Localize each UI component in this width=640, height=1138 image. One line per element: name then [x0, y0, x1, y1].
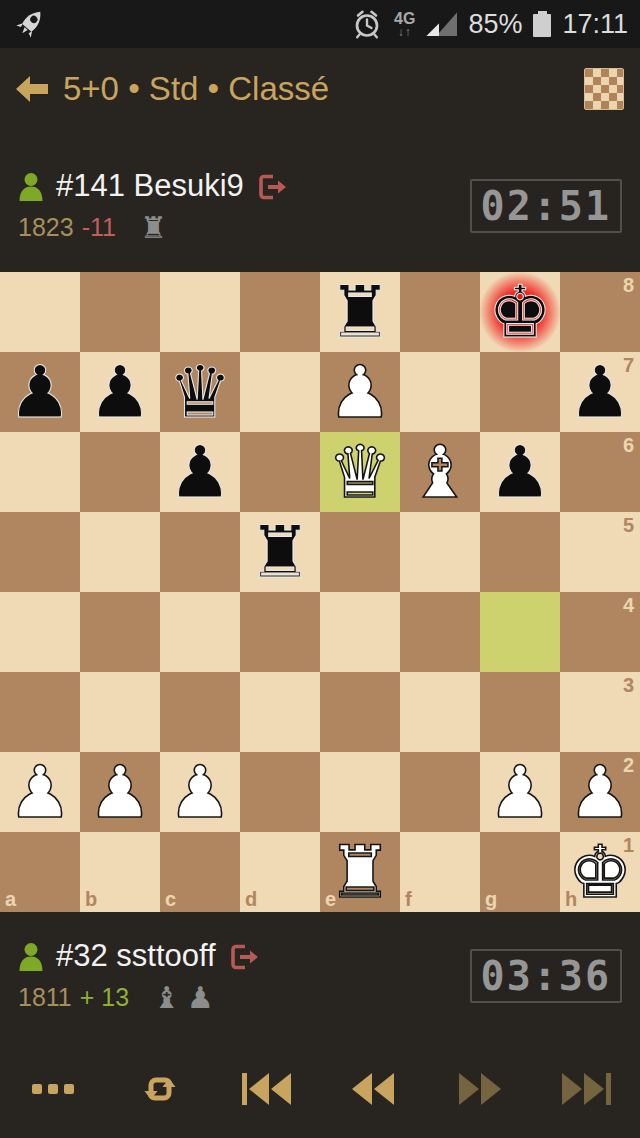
menu-button[interactable] [0, 1040, 107, 1138]
piece-black-p[interactable]: ♟ [168, 432, 233, 512]
square-a1[interactable]: a [0, 832, 80, 912]
last-move-button[interactable] [533, 1040, 640, 1138]
player-left-logout-icon [256, 173, 287, 201]
battery-percent-label: 85% [468, 11, 522, 38]
square-h8[interactable]: 8 [560, 272, 640, 352]
square-b2[interactable]: ♟ [80, 752, 160, 832]
file-label-b: b [85, 889, 97, 909]
square-h6[interactable]: 6 [560, 432, 640, 512]
rewind-icon [352, 1073, 372, 1105]
square-f8[interactable] [400, 272, 480, 352]
square-d6[interactable] [240, 432, 320, 512]
piece-black-k[interactable]: ♚ [488, 272, 553, 352]
square-a8[interactable] [0, 272, 80, 352]
square-b5[interactable] [80, 512, 160, 592]
game-meta-title: 5+0 • Std • Classé [63, 70, 570, 108]
rating-top: 1823 [18, 215, 74, 240]
file-label-a: a [5, 889, 16, 909]
square-d3[interactable] [240, 672, 320, 752]
app-root: 4G ↓↑ 85% 17:11 5+0 • Std • Classé [0, 0, 640, 1138]
piece-black-r[interactable]: ♜ [248, 512, 313, 592]
status-time-label: 17:11 [562, 11, 628, 38]
rank-label-4: 4 [623, 595, 634, 615]
square-e6[interactable]: ♛ [320, 432, 400, 512]
alarm-clock-icon [351, 8, 383, 40]
square-f5[interactable] [400, 512, 480, 592]
square-d7[interactable] [240, 352, 320, 432]
piece-white-p[interactable]: ♟ [8, 752, 73, 832]
piece-white-p[interactable]: ♟ [88, 752, 153, 832]
square-b6[interactable] [80, 432, 160, 512]
signal-strength-icon [426, 12, 457, 36]
square-d2[interactable] [240, 752, 320, 832]
square-b1[interactable]: b [80, 832, 160, 912]
square-g8[interactable]: ♚ [480, 272, 560, 352]
player-name-bottom[interactable]: #32 ssttooff [56, 939, 216, 973]
square-h4[interactable]: 4 [560, 592, 640, 672]
mini-chessboard-icon[interactable] [584, 68, 624, 110]
square-d4[interactable] [240, 592, 320, 672]
rank-label-3: 3 [623, 675, 634, 695]
chess-board: ♜♚8♟♟♛♟7♟♟♛♝♟6♜543♟♟♟♟2♟abcde♜fg1h♚ [0, 272, 640, 912]
captured-piece-r-icon: ♜ [140, 213, 167, 243]
square-c6[interactable]: ♟ [160, 432, 240, 512]
square-b7[interactable]: ♟ [80, 352, 160, 432]
square-e1[interactable]: e♜ [320, 832, 400, 912]
clock-top: 02:51 [470, 179, 622, 233]
square-d8[interactable] [240, 272, 320, 352]
piece-white-q[interactable]: ♛ [328, 432, 393, 512]
arrow-left-icon [16, 75, 49, 103]
piece-white-p[interactable]: ♟ [328, 352, 393, 432]
square-g6[interactable]: ♟ [480, 432, 560, 512]
square-e4[interactable] [320, 592, 400, 672]
network-activity-arrows-icon: ↓↑ [398, 26, 412, 38]
piece-white-p[interactable]: ♟ [488, 752, 553, 832]
square-f3[interactable] [400, 672, 480, 752]
square-f2[interactable] [400, 752, 480, 832]
square-e3[interactable] [320, 672, 400, 752]
player-panel-top: #141 Besuki9 1823 -11 ♜ 02:51 [0, 130, 640, 272]
captured-pieces-tray-top: ♜ [140, 213, 167, 243]
square-a4[interactable] [0, 592, 80, 672]
square-f1[interactable]: f [400, 832, 480, 912]
flip-board-button[interactable] [107, 1040, 214, 1138]
captured-pieces-tray-bottom: ♝♟ [153, 983, 214, 1013]
square-a5[interactable] [0, 512, 80, 592]
player-left-logout-icon [228, 943, 259, 971]
square-g4[interactable] [480, 592, 560, 672]
rank-label-8: 8 [623, 275, 634, 295]
square-c8[interactable] [160, 272, 240, 352]
square-h2[interactable]: 2♟ [560, 752, 640, 832]
square-c7[interactable]: ♛ [160, 352, 240, 432]
square-c2[interactable]: ♟ [160, 752, 240, 832]
piece-white-b[interactable]: ♝ [408, 432, 473, 512]
rank-label-5: 5 [623, 515, 634, 535]
file-label-e: e [325, 889, 336, 909]
piece-black-p[interactable]: ♟ [88, 352, 153, 432]
square-e5[interactable] [320, 512, 400, 592]
file-label-g: g [485, 889, 497, 909]
square-b8[interactable] [80, 272, 160, 352]
rank-label-2: 2 [623, 755, 634, 775]
square-g2[interactable]: ♟ [480, 752, 560, 832]
square-e2[interactable] [320, 752, 400, 832]
app-header: 5+0 • Std • Classé [0, 48, 640, 130]
fast-forward-icon [459, 1073, 479, 1105]
square-f4[interactable] [400, 592, 480, 672]
square-g5[interactable] [480, 512, 560, 592]
network-type-indicator: 4G ↓↑ [394, 11, 415, 38]
player-avatar-icon [18, 942, 44, 971]
skip-to-end-icon [562, 1073, 582, 1105]
file-label-h: h [565, 889, 577, 909]
square-f7[interactable] [400, 352, 480, 432]
square-h3[interactable]: 3 [560, 672, 640, 752]
square-e7[interactable]: ♟ [320, 352, 400, 432]
square-d5[interactable]: ♜ [240, 512, 320, 592]
skip-to-start-icon [242, 1073, 247, 1105]
rating-bottom: 1811 [18, 985, 72, 1010]
rating-delta-bottom: + 13 [80, 985, 129, 1010]
player-avatar-icon [18, 172, 44, 201]
square-h5[interactable]: 5 [560, 512, 640, 592]
square-e8[interactable]: ♜ [320, 272, 400, 352]
rank-label-7: 7 [623, 355, 634, 375]
square-c4[interactable] [160, 592, 240, 672]
status-bar: 4G ↓↑ 85% 17:11 [0, 0, 640, 48]
square-f6[interactable]: ♝ [400, 432, 480, 512]
file-label-c: c [165, 889, 176, 909]
square-c1[interactable]: c [160, 832, 240, 912]
player-panel-bottom: #32 ssttooff 1811 + 13 ♝♟ 03:36 [0, 912, 640, 1040]
next-move-button[interactable] [427, 1040, 534, 1138]
piece-black-p[interactable]: ♟ [8, 352, 73, 432]
captured-piece-p-icon: ♟ [187, 983, 214, 1013]
square-a6[interactable] [0, 432, 80, 512]
square-d1[interactable]: d [240, 832, 320, 912]
piece-black-p[interactable]: ♟ [488, 432, 553, 512]
square-g7[interactable] [480, 352, 560, 432]
rank-label-6: 6 [623, 435, 634, 455]
rank-label-1: 1 [623, 835, 634, 855]
square-h1[interactable]: 1h♚ [560, 832, 640, 912]
square-g3[interactable] [480, 672, 560, 752]
clock-bottom: 03:36 [470, 949, 622, 1003]
square-g1[interactable]: g [480, 832, 560, 912]
back-button[interactable] [16, 75, 49, 103]
piece-white-r[interactable]: ♜ [328, 832, 393, 912]
square-a7[interactable]: ♟ [0, 352, 80, 432]
battery-icon [533, 11, 551, 37]
replay-toolbar [0, 1040, 640, 1138]
piece-black-r[interactable]: ♜ [328, 272, 393, 352]
ellipsis-icon [32, 1084, 74, 1094]
previous-move-button[interactable] [320, 1040, 427, 1138]
square-a2[interactable]: ♟ [0, 752, 80, 832]
square-h7[interactable]: 7♟ [560, 352, 640, 432]
first-move-button[interactable] [213, 1040, 320, 1138]
piece-black-q[interactable]: ♛ [168, 352, 233, 432]
square-c5[interactable] [160, 512, 240, 592]
file-label-f: f [405, 889, 412, 909]
flip-cycle-icon [137, 1068, 183, 1110]
rocket-icon [12, 6, 48, 42]
file-label-d: d [245, 889, 257, 909]
square-a3[interactable] [0, 672, 80, 752]
piece-white-p[interactable]: ♟ [168, 752, 233, 832]
square-c3[interactable] [160, 672, 240, 752]
square-b3[interactable] [80, 672, 160, 752]
captured-piece-b-icon: ♝ [153, 983, 180, 1013]
square-b4[interactable] [80, 592, 160, 672]
player-name-top[interactable]: #141 Besuki9 [56, 169, 244, 203]
rating-delta-top: -11 [82, 215, 116, 240]
